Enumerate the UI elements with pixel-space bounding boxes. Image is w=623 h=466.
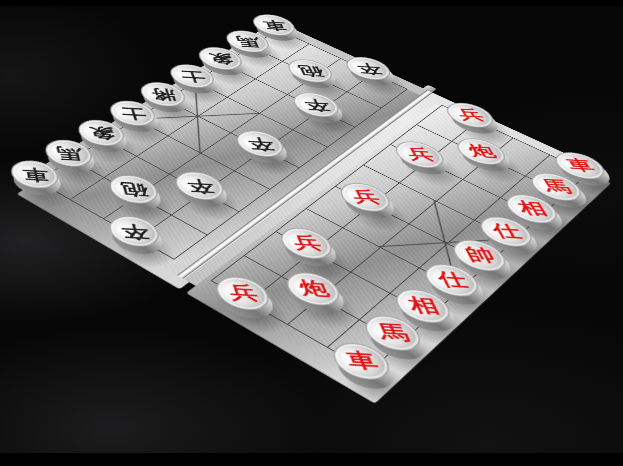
- piece-character: 象: [87, 125, 116, 141]
- piece-character: 兵: [403, 147, 436, 163]
- piece-character: 卒: [353, 61, 383, 75]
- photo-border-top: [0, 0, 623, 6]
- piece-character: 卒: [301, 97, 331, 112]
- piece-character: 兵: [225, 283, 260, 303]
- piece-character: 砲: [295, 64, 324, 78]
- piece-black-cannon[interactable]: 砲: [284, 60, 344, 93]
- piece-red-soldier[interactable]: 兵: [336, 184, 403, 225]
- piece-character: 兵: [454, 108, 486, 123]
- photo-border-bottom: [0, 453, 623, 466]
- piece-character: 砲: [118, 181, 149, 198]
- piece-character: 車: [260, 19, 288, 32]
- piece-red-soldier[interactable]: 兵: [392, 142, 456, 180]
- piece-black-soldier[interactable]: 卒: [170, 173, 236, 213]
- piece-black-cannon[interactable]: 砲: [103, 176, 170, 216]
- piece-character: 卒: [184, 177, 215, 194]
- piece-character: 卒: [118, 222, 150, 240]
- piece-character: 兵: [289, 234, 323, 252]
- piece-character: 卒: [245, 136, 276, 152]
- piece-character: 馬: [54, 145, 83, 161]
- piece-character: 車: [562, 158, 597, 174]
- piece-red-soldier[interactable]: 兵: [276, 229, 345, 273]
- piece-black-soldier[interactable]: 卒: [232, 132, 296, 169]
- piece-character: 車: [20, 166, 49, 183]
- piece-character: 炮: [296, 279, 331, 299]
- piece-character: 兵: [349, 189, 382, 206]
- piece-character: 炮: [465, 144, 498, 160]
- photo-scene: 車馬象士將士象馬車砲砲卒卒卒卒卒兵兵兵兵兵炮炮車馬相仕帥仕相馬車: [0, 0, 623, 466]
